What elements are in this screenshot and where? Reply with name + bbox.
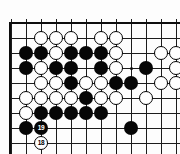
black-stone [94, 106, 108, 120]
black-stone [64, 106, 78, 120]
white-stone [19, 106, 33, 120]
black-stone [19, 61, 33, 75]
white-stone-move-18: 18 [34, 136, 48, 150]
white-stone [169, 76, 180, 90]
white-stone [19, 91, 33, 105]
board-left-edge [9, 22, 11, 154]
white-stone [34, 31, 48, 45]
go-board-diagram: 1918 [0, 0, 180, 154]
white-stone [49, 31, 63, 45]
white-stone [109, 46, 123, 60]
white-stone [49, 76, 63, 90]
black-stone [79, 106, 93, 120]
black-stone [124, 76, 138, 90]
white-stone [169, 46, 180, 60]
black-stone [34, 46, 48, 60]
white-stone [94, 91, 108, 105]
black-stone [49, 61, 63, 75]
white-stone [94, 31, 108, 45]
grid-line-vertical [146, 19, 147, 154]
black-stone [64, 76, 78, 90]
white-stone [154, 46, 168, 60]
black-stone [94, 46, 108, 60]
black-stone [109, 76, 123, 90]
black-stone [79, 91, 93, 105]
white-stone [64, 91, 78, 105]
white-stone [79, 76, 93, 90]
white-stone [109, 31, 123, 45]
board-top-edge [9, 22, 180, 25]
white-stone [154, 76, 168, 90]
black-stone [19, 121, 33, 135]
black-stone [139, 61, 153, 75]
white-stone [49, 46, 63, 60]
black-stone [34, 106, 48, 120]
white-stone [34, 91, 48, 105]
white-stone [109, 61, 123, 75]
black-stone [79, 46, 93, 60]
white-stone [139, 91, 153, 105]
black-stone [124, 121, 138, 135]
star-point [130, 67, 133, 70]
white-stone [169, 61, 180, 75]
white-stone [109, 91, 123, 105]
black-stone [19, 46, 33, 60]
white-stone [64, 31, 78, 45]
white-stone [34, 61, 48, 75]
black-stone-move-19: 19 [34, 121, 48, 135]
black-stone [64, 46, 78, 60]
white-stone [49, 91, 63, 105]
black-stone [49, 106, 63, 120]
black-stone [64, 61, 78, 75]
black-stone [94, 61, 108, 75]
white-stone [34, 76, 48, 90]
white-stone [94, 76, 108, 90]
